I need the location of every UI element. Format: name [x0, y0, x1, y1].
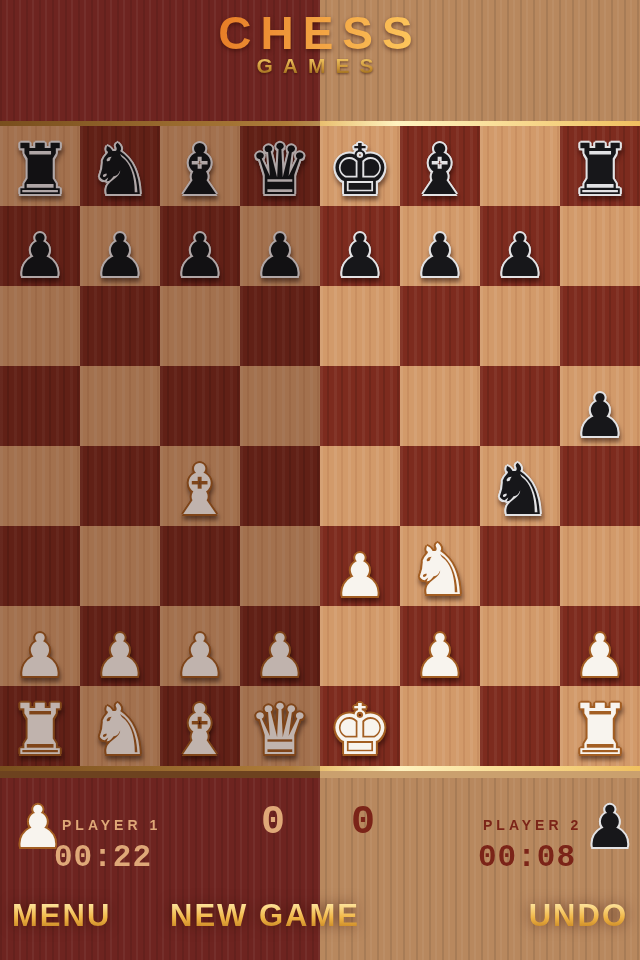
square-a8[interactable]: ♜	[0, 126, 80, 206]
square-h1[interactable]: ♜	[560, 686, 640, 766]
black-knight-b8[interactable]: ♞	[89, 135, 152, 205]
square-g4[interactable]: ♞	[480, 446, 560, 526]
square-e8[interactable]: ♚	[320, 126, 400, 206]
black-pawn-c7[interactable]: ♟	[174, 226, 227, 285]
menu-button[interactable]: MENU	[12, 898, 111, 934]
white-knight-b1[interactable]: ♞	[89, 695, 152, 765]
black-pawn-icon: ♟	[584, 798, 636, 856]
square-g3[interactable]	[480, 526, 560, 606]
square-b7[interactable]: ♟	[80, 206, 160, 286]
square-c8[interactable]: ♝	[160, 126, 240, 206]
square-c2[interactable]: ♟	[160, 606, 240, 686]
square-d5[interactable]	[240, 366, 320, 446]
chess-board: ♜♞♝♛♚♝♜♟♟♟♟♟♟♟♟♝♞♟♞♟♟♟♟♟♟♜♞♝♛♚♜	[0, 126, 640, 766]
black-pawn-e7[interactable]: ♟	[334, 226, 387, 285]
white-rook-h1[interactable]: ♜	[569, 695, 632, 765]
board-bottom-ledge	[0, 771, 640, 778]
square-f7[interactable]: ♟	[400, 206, 480, 286]
square-d1[interactable]: ♛	[240, 686, 320, 766]
square-d2[interactable]: ♟	[240, 606, 320, 686]
white-pawn-d2[interactable]: ♟	[254, 626, 307, 685]
black-bishop-c8[interactable]: ♝	[169, 135, 232, 205]
new-game-button[interactable]: NEW GAME	[170, 898, 360, 934]
undo-button[interactable]: UNDO	[529, 898, 628, 934]
player1-label: PLAYER 1	[62, 817, 161, 833]
square-a4[interactable]	[0, 446, 80, 526]
square-e2[interactable]	[320, 606, 400, 686]
square-b5[interactable]	[80, 366, 160, 446]
square-h4[interactable]	[560, 446, 640, 526]
square-f8[interactable]: ♝	[400, 126, 480, 206]
square-c1[interactable]: ♝	[160, 686, 240, 766]
white-rook-a1[interactable]: ♜	[9, 695, 72, 765]
white-bishop-c1[interactable]: ♝	[169, 695, 232, 765]
square-f3[interactable]: ♞	[400, 526, 480, 606]
square-b2[interactable]: ♟	[80, 606, 160, 686]
square-f2[interactable]: ♟	[400, 606, 480, 686]
black-pawn-d7[interactable]: ♟	[254, 226, 307, 285]
square-g2[interactable]	[480, 606, 560, 686]
square-e5[interactable]	[320, 366, 400, 446]
white-pawn-h2[interactable]: ♟	[574, 626, 627, 685]
board-area: ♜♞♝♛♚♝♜♟♟♟♟♟♟♟♟♝♞♟♞♟♟♟♟♟♟♜♞♝♛♚♜	[0, 121, 640, 778]
square-e6[interactable]	[320, 286, 400, 366]
square-b3[interactable]	[80, 526, 160, 606]
square-h6[interactable]	[560, 286, 640, 366]
white-pawn-f2[interactable]: ♟	[414, 626, 467, 685]
white-king-e1[interactable]: ♚	[329, 695, 392, 765]
app-subtitle: GAMES	[0, 54, 640, 78]
white-pawn-b2[interactable]: ♟	[94, 626, 147, 685]
square-h8[interactable]: ♜	[560, 126, 640, 206]
square-a5[interactable]	[0, 366, 80, 446]
square-c4[interactable]: ♝	[160, 446, 240, 526]
black-pawn-f7[interactable]: ♟	[414, 226, 467, 285]
square-e7[interactable]: ♟	[320, 206, 400, 286]
square-h7[interactable]	[560, 206, 640, 286]
black-knight-g4[interactable]: ♞	[489, 455, 552, 525]
black-pawn-g7[interactable]: ♟	[494, 226, 547, 285]
square-g8[interactable]	[480, 126, 560, 206]
square-d3[interactable]	[240, 526, 320, 606]
black-pawn-h5[interactable]: ♟	[574, 386, 627, 445]
square-d7[interactable]: ♟	[240, 206, 320, 286]
square-a7[interactable]: ♟	[0, 206, 80, 286]
title-banner: CHESS GAMES	[0, 0, 640, 121]
player1-captured-counter: 0	[251, 800, 295, 845]
square-f5[interactable]	[400, 366, 480, 446]
square-c7[interactable]: ♟	[160, 206, 240, 286]
player2-label: PLAYER 2	[483, 817, 582, 833]
white-bishop-c4[interactable]: ♝	[169, 455, 232, 525]
black-queen-d8[interactable]: ♛	[249, 135, 312, 205]
square-c6[interactable]	[160, 286, 240, 366]
player2-clock: 00:08	[478, 840, 576, 875]
square-b4[interactable]	[80, 446, 160, 526]
square-b8[interactable]: ♞	[80, 126, 160, 206]
square-a3[interactable]	[0, 526, 80, 606]
square-g5[interactable]	[480, 366, 560, 446]
square-d8[interactable]: ♛	[240, 126, 320, 206]
black-king-e8[interactable]: ♚	[329, 135, 392, 205]
white-knight-f3[interactable]: ♞	[409, 535, 472, 605]
square-f4[interactable]	[400, 446, 480, 526]
square-f1[interactable]	[400, 686, 480, 766]
chess-game-screen: CHESS GAMES ♜♞♝♛♚♝♜♟♟♟♟♟♟♟♟♝♞♟♞♟♟♟♟♟♟♜♞♝…	[0, 0, 640, 960]
square-b1[interactable]: ♞	[80, 686, 160, 766]
square-e4[interactable]	[320, 446, 400, 526]
square-c3[interactable]	[160, 526, 240, 606]
player1-clock: 00:22	[54, 840, 152, 875]
square-b6[interactable]	[80, 286, 160, 366]
square-g7[interactable]: ♟	[480, 206, 560, 286]
black-pawn-a7[interactable]: ♟	[14, 226, 67, 285]
white-pawn-e3[interactable]: ♟	[334, 546, 387, 605]
square-e1[interactable]: ♚	[320, 686, 400, 766]
black-pawn-b7[interactable]: ♟	[94, 226, 147, 285]
white-pawn-a2[interactable]: ♟	[14, 626, 67, 685]
player2-captured-counter: 0	[341, 800, 385, 845]
black-bishop-f8[interactable]: ♝	[409, 135, 472, 205]
square-a2[interactable]: ♟	[0, 606, 80, 686]
black-rook-h8[interactable]: ♜	[569, 135, 632, 205]
white-pawn-c2[interactable]: ♟	[174, 626, 227, 685]
black-rook-a8[interactable]: ♜	[9, 135, 72, 205]
square-g6[interactable]	[480, 286, 560, 366]
square-a6[interactable]	[0, 286, 80, 366]
white-queen-d1[interactable]: ♛	[249, 695, 312, 765]
app-title: CHESS	[0, 6, 640, 60]
square-d4[interactable]	[240, 446, 320, 526]
square-c5[interactable]	[160, 366, 240, 446]
square-e3[interactable]: ♟	[320, 526, 400, 606]
square-h5[interactable]: ♟	[560, 366, 640, 446]
square-h2[interactable]: ♟	[560, 606, 640, 686]
square-f6[interactable]	[400, 286, 480, 366]
square-g1[interactable]	[480, 686, 560, 766]
square-h3[interactable]	[560, 526, 640, 606]
square-a1[interactable]: ♜	[0, 686, 80, 766]
square-d6[interactable]	[240, 286, 320, 366]
